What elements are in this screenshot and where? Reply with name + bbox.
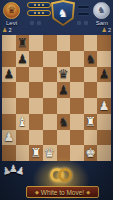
square-g5[interactable]	[84, 82, 98, 98]
right-player-avatar[interactable]: ♞	[93, 2, 110, 19]
square-d3[interactable]	[43, 114, 57, 130]
black-knight: ♞	[58, 116, 69, 128]
square-f4[interactable]	[70, 98, 84, 114]
white-king: ♚	[85, 147, 96, 159]
chess-app-screen: ♛ ♞ ♞ Levi Sam ♟ 2 ♟ 2 ♜♟♞♟♛♟♟♟♝♞♜♟♜♛♚ ♟…	[0, 0, 113, 200]
square-d4[interactable]	[43, 98, 57, 114]
square-c1[interactable]: ♜	[29, 145, 43, 161]
knight-logo-icon: ♞	[53, 2, 73, 24]
event-banner-top[interactable]	[27, 2, 51, 8]
square-f1[interactable]	[70, 145, 84, 161]
square-c8[interactable]	[29, 35, 43, 51]
black-knight: ♞	[85, 53, 96, 65]
white-rook: ♜	[31, 147, 42, 159]
square-c7[interactable]	[29, 51, 43, 67]
square-a8[interactable]	[2, 35, 16, 51]
gold-rings-emblem[interactable]	[49, 166, 73, 184]
left-captured-cluster	[30, 21, 41, 25]
square-d5[interactable]	[43, 82, 57, 98]
square-e6[interactable]: ♛	[57, 67, 71, 83]
square-c4[interactable]	[29, 98, 43, 114]
square-h8[interactable]	[97, 35, 111, 51]
square-d7[interactable]	[43, 51, 57, 67]
square-b2[interactable]	[16, 130, 30, 146]
square-e8[interactable]	[57, 35, 71, 51]
white-pieces-hand-icon[interactable]: ♟♟♟	[2, 163, 28, 179]
black-rook: ♜	[17, 37, 28, 49]
banner-right-cap-icon: ◆	[86, 190, 90, 195]
square-h3[interactable]	[97, 114, 111, 130]
square-g6[interactable]	[84, 67, 98, 83]
captured-pawn-icon: ♟	[2, 27, 7, 33]
square-f6[interactable]	[70, 67, 84, 83]
white-rook: ♜	[85, 116, 96, 128]
black-pawn: ♟	[17, 53, 28, 65]
right-info-bar-bottom	[77, 12, 90, 16]
top-bar: ♛ ♞ ♞ Levi Sam ♟ 2 ♟ 2	[0, 0, 113, 35]
white-queen: ♛	[44, 147, 55, 159]
square-g2[interactable]	[84, 130, 98, 146]
left-avatar-crest-icon: ♛	[7, 6, 15, 15]
right-avatar-knight-icon: ♞	[97, 6, 105, 15]
square-c6[interactable]	[29, 67, 43, 83]
square-d6[interactable]	[43, 67, 57, 83]
black-pawn: ♟	[99, 68, 110, 80]
black-pawn: ♟	[3, 68, 14, 80]
right-captured-tray: ♟ 2	[102, 27, 111, 33]
left-player-name: Levi	[6, 20, 17, 26]
square-f3[interactable]	[70, 114, 84, 130]
square-e7[interactable]	[57, 51, 71, 67]
square-b5[interactable]	[16, 82, 30, 98]
turn-banner-text: White to Move!	[41, 189, 84, 196]
square-g8[interactable]	[84, 35, 98, 51]
square-c5[interactable]	[29, 82, 43, 98]
square-h2[interactable]	[97, 130, 111, 146]
white-pawn: ♟	[3, 131, 14, 143]
left-captured-tray: ♟ 2	[2, 27, 11, 33]
square-a4[interactable]	[2, 98, 16, 114]
captured-pawn-icon: ♟	[102, 27, 107, 33]
square-b1[interactable]	[16, 145, 30, 161]
square-c2[interactable]	[29, 130, 43, 146]
white-bishop: ♝	[17, 116, 28, 128]
square-g1[interactable]: ♚	[84, 145, 98, 161]
square-a7[interactable]	[2, 51, 16, 67]
black-queen: ♛	[58, 68, 69, 80]
right-captured-cluster	[77, 21, 88, 25]
square-f7[interactable]	[70, 51, 84, 67]
right-info-bar-top	[77, 5, 90, 9]
square-b8[interactable]: ♜	[16, 35, 30, 51]
square-h7[interactable]	[97, 51, 111, 67]
white-pawn: ♟	[99, 100, 110, 112]
bottom-bar: ♟♟♟ ◆ White to Move! ◆	[0, 161, 113, 200]
square-c3[interactable]	[29, 114, 43, 130]
turn-banner: ◆ White to Move! ◆	[26, 186, 99, 198]
square-h1[interactable]	[97, 145, 111, 161]
event-banner-bottom[interactable]	[27, 10, 51, 16]
square-e3[interactable]: ♞	[57, 114, 71, 130]
square-b3[interactable]: ♝	[16, 114, 30, 130]
left-captured-count: 2	[8, 27, 11, 33]
right-captured-count: 2	[108, 27, 111, 33]
square-b4[interactable]	[16, 98, 30, 114]
square-f8[interactable]	[70, 35, 84, 51]
square-h4[interactable]: ♟	[97, 98, 111, 114]
square-f5[interactable]	[70, 82, 84, 98]
square-d8[interactable]	[43, 35, 57, 51]
square-e2[interactable]	[57, 130, 71, 146]
square-e1[interactable]	[57, 145, 71, 161]
square-b6[interactable]	[16, 67, 30, 83]
square-e5[interactable]: ♟	[57, 82, 71, 98]
app-logo-shield: ♞	[51, 0, 75, 26]
square-h5[interactable]	[97, 82, 111, 98]
square-a2[interactable]: ♟	[2, 130, 16, 146]
square-d2[interactable]	[43, 130, 57, 146]
square-a5[interactable]	[2, 82, 16, 98]
square-b7[interactable]: ♟	[16, 51, 30, 67]
square-a6[interactable]: ♟	[2, 67, 16, 83]
square-h6[interactable]: ♟	[97, 67, 111, 83]
black-pawn: ♟	[58, 84, 69, 96]
square-a3[interactable]	[2, 114, 16, 130]
square-g7[interactable]: ♞	[84, 51, 98, 67]
square-d1[interactable]: ♛	[43, 145, 57, 161]
square-e4[interactable]	[57, 98, 71, 114]
square-g4[interactable]	[84, 98, 98, 114]
square-g3[interactable]: ♜	[84, 114, 98, 130]
left-player-avatar[interactable]: ♛	[3, 2, 20, 19]
banner-left-cap-icon: ◆	[35, 190, 39, 195]
square-a1[interactable]	[2, 145, 16, 161]
square-f2[interactable]	[70, 130, 84, 146]
chess-board[interactable]: ♜♟♞♟♛♟♟♟♝♞♜♟♜♛♚	[2, 35, 111, 161]
